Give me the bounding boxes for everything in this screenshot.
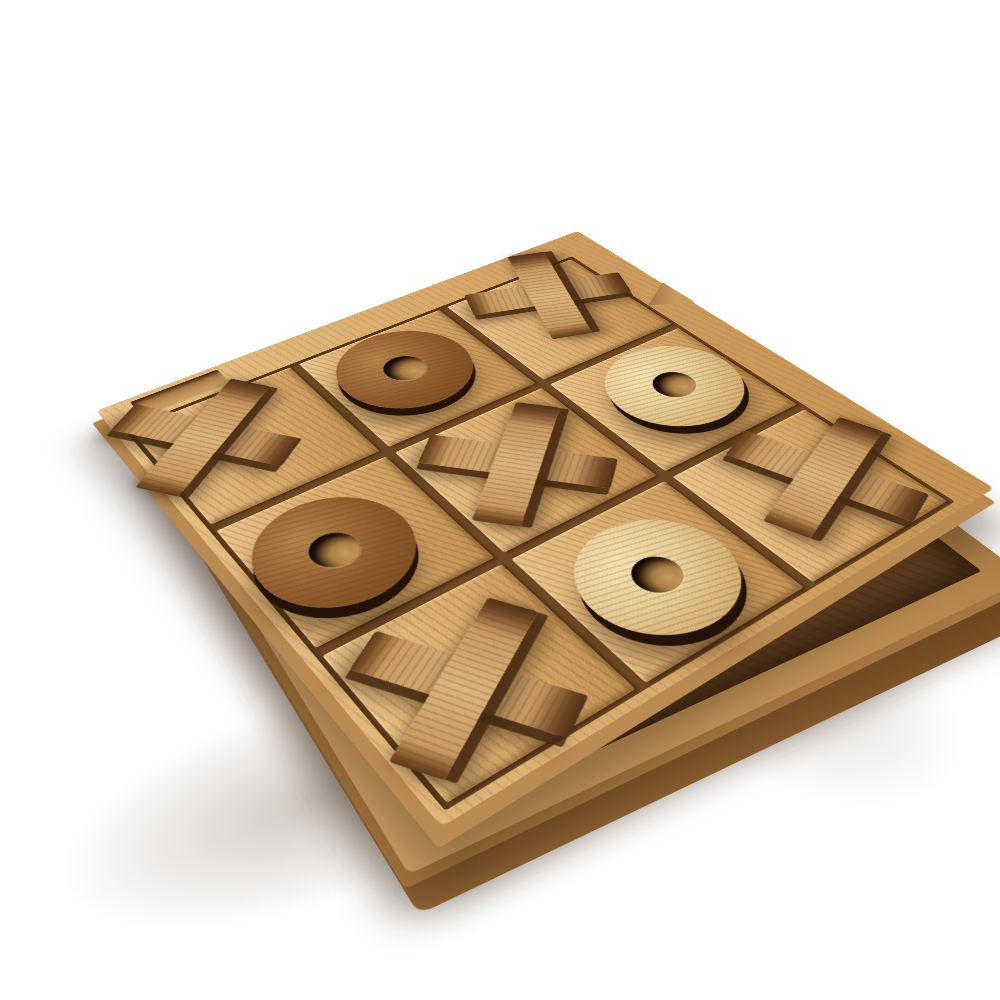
piece-x-r2c2[interactable] — [710, 410, 951, 547]
piece-x-r0c0[interactable] — [99, 368, 318, 510]
piece-x-r0c2[interactable] — [445, 243, 647, 349]
game-board-lid[interactable] — [96, 231, 994, 827]
product-photo-stage — [0, 0, 1000, 1000]
board-grid — [123, 256, 954, 810]
piece-o-dark-r0c1[interactable] — [311, 317, 500, 426]
